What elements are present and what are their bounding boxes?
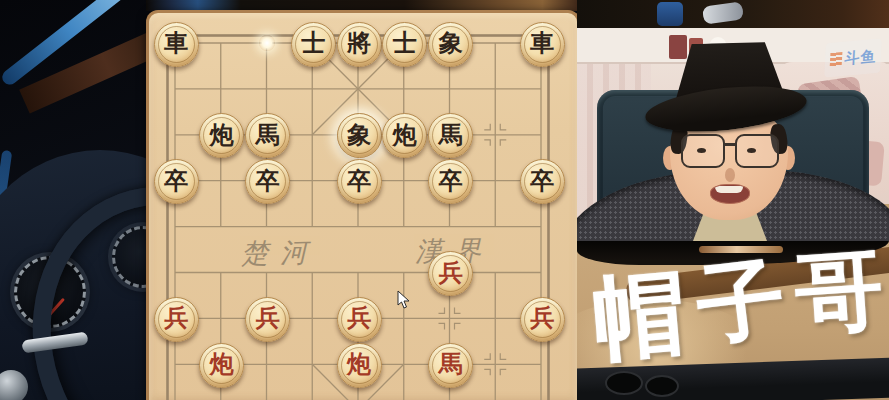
- shelf-blue-object: [657, 2, 683, 26]
- piece-character: 卒: [439, 169, 463, 193]
- car-door-photo: 帽 子 哥: [577, 241, 889, 400]
- piece-character: 卒: [530, 169, 554, 193]
- last-move-origin-marker: [259, 35, 275, 51]
- webcam-panel: 斗鱼: [577, 28, 889, 241]
- piece-red-soldier[interactable]: 兵: [245, 297, 290, 342]
- piece-black-horse[interactable]: 馬: [428, 113, 473, 158]
- piece-black-cannon[interactable]: 炮: [382, 113, 427, 158]
- piece-black-elephant[interactable]: 象: [337, 113, 382, 158]
- piece-red-soldier[interactable]: 兵: [154, 297, 199, 342]
- streamer-glasses: [681, 134, 779, 168]
- streamer-name-calligraphy-char: 子: [692, 252, 790, 350]
- backdrop-strip-above-webcam: [577, 0, 889, 28]
- piece-black-chariot[interactable]: 車: [154, 22, 199, 67]
- mouse-cursor: [397, 290, 411, 310]
- stream-frame: 楚河 漢界 車士將士象車炮馬象炮馬卒卒卒卒卒兵兵兵兵兵炮炮馬: [0, 0, 889, 400]
- pieces-layer: 車士將士象車炮馬象炮馬卒卒卒卒卒兵兵兵兵兵炮炮馬: [149, 13, 577, 400]
- piece-black-general[interactable]: 將: [337, 22, 382, 67]
- piece-character: 兵: [164, 306, 188, 330]
- piece-character: 炮: [210, 352, 234, 376]
- douyu-logo-icon: [829, 52, 842, 67]
- piece-black-advisor[interactable]: 士: [291, 22, 336, 67]
- piece-character: 卒: [256, 169, 280, 193]
- shelf-red-box: [669, 35, 687, 59]
- streamer-mouth: [710, 184, 750, 204]
- shelf-silver-object: [702, 1, 744, 24]
- piece-black-soldier[interactable]: 卒: [520, 159, 565, 204]
- piece-black-soldier[interactable]: 卒: [337, 159, 382, 204]
- piece-character: 將: [347, 31, 371, 55]
- door-cup-recess: [605, 371, 643, 395]
- xiangqi-board[interactable]: 楚河 漢界 車士將士象車炮馬象炮馬卒卒卒卒卒兵兵兵兵兵炮炮馬: [146, 10, 580, 400]
- piece-black-horse[interactable]: 馬: [245, 113, 290, 158]
- piece-character: 炮: [347, 352, 371, 376]
- piece-red-cannon[interactable]: 炮: [337, 343, 382, 388]
- piece-character: 馬: [439, 123, 463, 147]
- right-column: 斗鱼 帽 子 哥: [577, 0, 889, 400]
- douyu-logo-text: 斗鱼: [844, 46, 877, 68]
- piece-character: 象: [439, 31, 463, 55]
- piece-red-cannon[interactable]: 炮: [199, 343, 244, 388]
- piece-character: 兵: [347, 306, 371, 330]
- piece-character: 兵: [256, 306, 280, 330]
- piece-character: 卒: [347, 169, 371, 193]
- piece-character: 兵: [439, 261, 463, 285]
- streamer-teeth: [715, 186, 743, 193]
- piece-black-soldier[interactable]: 卒: [245, 159, 290, 204]
- piece-black-soldier[interactable]: 卒: [154, 159, 199, 204]
- piece-character: 馬: [439, 352, 463, 376]
- piece-red-soldier[interactable]: 兵: [337, 297, 382, 342]
- douyu-watermark: 斗鱼: [824, 38, 882, 77]
- piece-character: 士: [393, 31, 417, 55]
- piece-red-horse[interactable]: 馬: [428, 343, 473, 388]
- streamer-nose: [725, 168, 735, 182]
- piece-character: 卒: [164, 169, 188, 193]
- piece-black-advisor[interactable]: 士: [382, 22, 427, 67]
- piece-red-soldier[interactable]: 兵: [428, 251, 473, 296]
- piece-character: 炮: [210, 123, 234, 147]
- piece-black-soldier[interactable]: 卒: [428, 159, 473, 204]
- piece-character: 車: [530, 31, 554, 55]
- glasses-lens: [735, 134, 779, 168]
- streamer-eye: [697, 148, 706, 153]
- door-cup-recess: [645, 375, 679, 397]
- piece-character: 士: [301, 31, 325, 55]
- piece-character: 兵: [530, 306, 554, 330]
- piece-red-soldier[interactable]: 兵: [520, 297, 565, 342]
- piece-character: 炮: [393, 123, 417, 147]
- glasses-bridge: [723, 143, 735, 146]
- piece-black-chariot[interactable]: 車: [520, 22, 565, 67]
- streamer-name-calligraphy-char: 哥: [792, 244, 886, 338]
- piece-black-elephant[interactable]: 象: [428, 22, 473, 67]
- piece-black-cannon[interactable]: 炮: [199, 113, 244, 158]
- streamer-eye: [747, 148, 756, 153]
- piece-character: 象: [347, 123, 371, 147]
- piece-character: 車: [164, 31, 188, 55]
- streamer-name-calligraphy-char: 帽: [589, 265, 689, 365]
- piece-character: 馬: [256, 123, 280, 147]
